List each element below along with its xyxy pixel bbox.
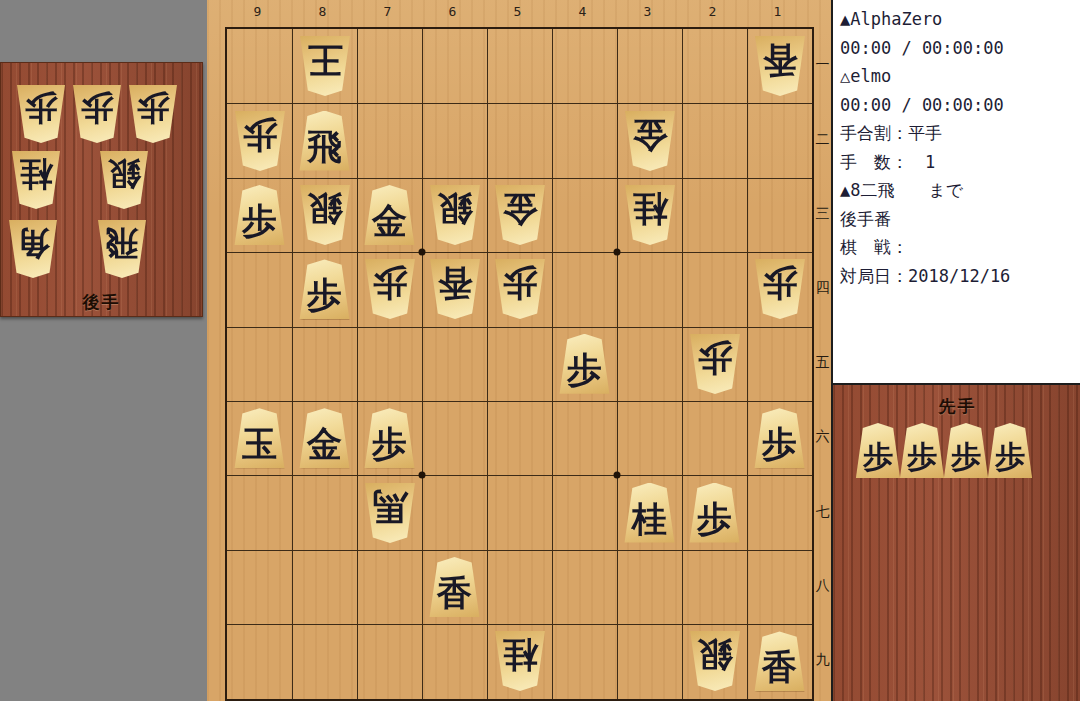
square-43[interactable] (552, 178, 617, 252)
square-65[interactable] (422, 327, 487, 401)
square-17[interactable] (747, 475, 812, 549)
square-79[interactable] (357, 624, 422, 698)
square-62[interactable] (422, 103, 487, 177)
sente-hand-tray: 先手 歩歩歩歩 (831, 383, 1080, 701)
square-69[interactable] (422, 624, 487, 698)
rank-label: 二 (814, 131, 831, 149)
sente-tray-label: 先手 (833, 395, 1080, 418)
piece-kanji: 桂 (632, 502, 667, 543)
gote-piece-飛[interactable]: 飛 (97, 220, 147, 278)
piece-kanji: 歩 (697, 334, 732, 375)
square-87[interactable] (292, 475, 357, 549)
piece-kanji: 銀 (437, 185, 472, 226)
file-label: 4 (550, 4, 615, 24)
piece-kanji: 金 (502, 185, 537, 226)
piece-kanji: 金 (632, 111, 667, 152)
file-label: 8 (290, 4, 355, 24)
square-89[interactable] (292, 624, 357, 698)
piece-kanji: 歩 (567, 353, 602, 394)
square-31[interactable] (617, 29, 682, 103)
square-95[interactable] (227, 327, 292, 401)
file-label: 3 (615, 4, 680, 24)
square-46[interactable] (552, 401, 617, 475)
piece-kanji: 歩 (307, 278, 342, 319)
file-label: 5 (485, 4, 550, 24)
piece-kanji: 馬 (372, 483, 407, 524)
square-52[interactable] (487, 103, 552, 177)
file-label: 6 (420, 4, 485, 24)
square-72[interactable] (357, 103, 422, 177)
square-99[interactable] (227, 624, 292, 698)
rank-label: 七 (814, 503, 831, 521)
square-56[interactable] (487, 401, 552, 475)
square-41[interactable] (552, 29, 617, 103)
piece-kanji: 歩 (697, 502, 732, 543)
info-line: 後手番 (833, 205, 1080, 234)
file-label: 1 (745, 4, 810, 24)
square-67[interactable] (422, 475, 487, 549)
info-line: 手合割：平手 (833, 119, 1080, 148)
square-94[interactable] (227, 252, 292, 326)
file-label: 9 (225, 4, 290, 24)
square-38[interactable] (617, 550, 682, 624)
info-line: 対局日：2018/12/16 (833, 262, 1080, 291)
piece-kanji: 銀 (697, 631, 732, 672)
gote-piece-歩[interactable]: 歩 (72, 85, 122, 143)
piece-kanji: 飛 (307, 130, 342, 171)
square-12[interactable] (747, 103, 812, 177)
piece-kanji: 角 (17, 220, 50, 259)
piece-kanji: 歩 (762, 259, 797, 300)
info-line: ▲AlphaZero (833, 0, 1080, 34)
piece-kanji: 香 (437, 576, 472, 617)
piece-kanji: 香 (437, 259, 472, 300)
piece-kanji: 王 (307, 36, 342, 77)
piece-kanji: 歩 (137, 85, 170, 124)
square-15[interactable] (747, 327, 812, 401)
info-line: 00:00 / 00:00:00 (833, 34, 1080, 63)
piece-kanji: 桂 (20, 151, 53, 190)
gote-piece-歩[interactable]: 歩 (128, 85, 178, 143)
piece-kanji: 金 (307, 427, 342, 468)
piece-kanji: 歩 (762, 427, 797, 468)
rank-label: 三 (814, 205, 831, 223)
square-91[interactable] (227, 29, 292, 103)
info-line: 手 数： 1 (833, 148, 1080, 177)
rank-label: 四 (814, 279, 831, 297)
square-34[interactable] (617, 252, 682, 326)
square-48[interactable] (552, 550, 617, 624)
gote-piece-歩[interactable]: 歩 (16, 85, 66, 143)
rank-coordinate-labels: 一二三四五六七八九 (814, 27, 831, 697)
piece-kanji: 桂 (502, 631, 537, 672)
piece-kanji: 歩 (951, 442, 981, 478)
piece-kanji: 金 (372, 204, 407, 245)
square-26[interactable] (682, 401, 747, 475)
square-23[interactable] (682, 178, 747, 252)
piece-kanji: 歩 (81, 85, 114, 124)
file-coordinate-labels: 987654321 (225, 4, 810, 24)
square-47[interactable] (552, 475, 617, 549)
sente-piece-歩[interactable]: 歩 (987, 423, 1033, 478)
square-51[interactable] (487, 29, 552, 103)
square-49[interactable] (552, 624, 617, 698)
rank-label: 六 (814, 428, 831, 446)
square-28[interactable] (682, 550, 747, 624)
piece-kanji: 歩 (242, 111, 277, 152)
square-21[interactable] (682, 29, 747, 103)
info-line: △elmo (833, 62, 1080, 91)
info-line: 棋 戦： (833, 233, 1080, 262)
square-97[interactable] (227, 475, 292, 549)
game-info-panel: ▲AlphaZero00:00 / 00:00:00△elmo00:00 / 0… (831, 0, 1080, 383)
square-88[interactable] (292, 550, 357, 624)
piece-kanji: 歩 (242, 204, 277, 245)
piece-kanji: 玉 (242, 427, 277, 468)
square-85[interactable] (292, 327, 357, 401)
shogi-app-window: 歩歩歩桂銀角飛 後手 987654321 一二三四五六七八九 王香歩飛金歩銀金銀… (0, 0, 1080, 701)
piece-kanji: 歩 (995, 442, 1025, 478)
sente-piece-歩[interactable]: 歩 (855, 423, 901, 478)
piece-kanji: 香 (762, 650, 797, 691)
piece-kanji: 銀 (108, 151, 141, 190)
square-42[interactable] (552, 103, 617, 177)
piece-kanji: 歩 (907, 442, 937, 478)
sente-piece-歩[interactable]: 歩 (899, 423, 945, 478)
square-35[interactable] (617, 327, 682, 401)
piece-kanji: 歩 (372, 427, 407, 468)
square-66[interactable] (422, 401, 487, 475)
sente-piece-歩[interactable]: 歩 (943, 423, 989, 478)
piece-kanji: 銀 (307, 185, 342, 226)
square-78[interactable] (357, 550, 422, 624)
square-39[interactable] (617, 624, 682, 698)
piece-kanji: 桂 (632, 185, 667, 226)
square-98[interactable] (227, 550, 292, 624)
piece-kanji: 歩 (25, 85, 58, 124)
shogi-board-panel: 987654321 一二三四五六七八九 王香歩飛金歩銀金銀金桂歩歩香歩歩歩歩玉金… (207, 0, 831, 701)
piece-kanji: 香 (762, 36, 797, 77)
square-71[interactable] (357, 29, 422, 103)
gote-piece-銀[interactable]: 銀 (99, 151, 149, 209)
rank-label: 五 (814, 354, 831, 372)
gote-piece-角[interactable]: 角 (8, 220, 58, 278)
piece-kanji: 歩 (863, 442, 893, 478)
info-line: 00:00 / 00:00:00 (833, 91, 1080, 120)
square-55[interactable] (487, 327, 552, 401)
square-57[interactable] (487, 475, 552, 549)
square-75[interactable] (357, 327, 422, 401)
rank-label: 九 (814, 651, 831, 669)
piece-kanji: 歩 (372, 259, 407, 300)
gote-piece-桂[interactable]: 桂 (11, 151, 61, 209)
square-13[interactable] (747, 178, 812, 252)
square-36[interactable] (617, 401, 682, 475)
gote-tray-label: 後手 (1, 291, 202, 314)
rank-label: 八 (814, 577, 831, 595)
file-label: 7 (355, 4, 420, 24)
square-61[interactable] (422, 29, 487, 103)
square-58[interactable] (487, 550, 552, 624)
square-24[interactable] (682, 252, 747, 326)
square-44[interactable] (552, 252, 617, 326)
rank-label: 一 (814, 56, 831, 74)
gote-hand-tray: 歩歩歩桂銀角飛 後手 (0, 62, 203, 317)
info-line: ▲8二飛 まで (833, 176, 1080, 205)
board-grid[interactable]: 王香歩飛金歩銀金銀金桂歩歩香歩歩歩歩玉金歩歩馬桂歩香桂銀香 (225, 27, 814, 701)
piece-kanji: 歩 (502, 259, 537, 300)
piece-kanji: 飛 (106, 220, 139, 259)
square-18[interactable] (747, 550, 812, 624)
file-label: 2 (680, 4, 745, 24)
square-22[interactable] (682, 103, 747, 177)
